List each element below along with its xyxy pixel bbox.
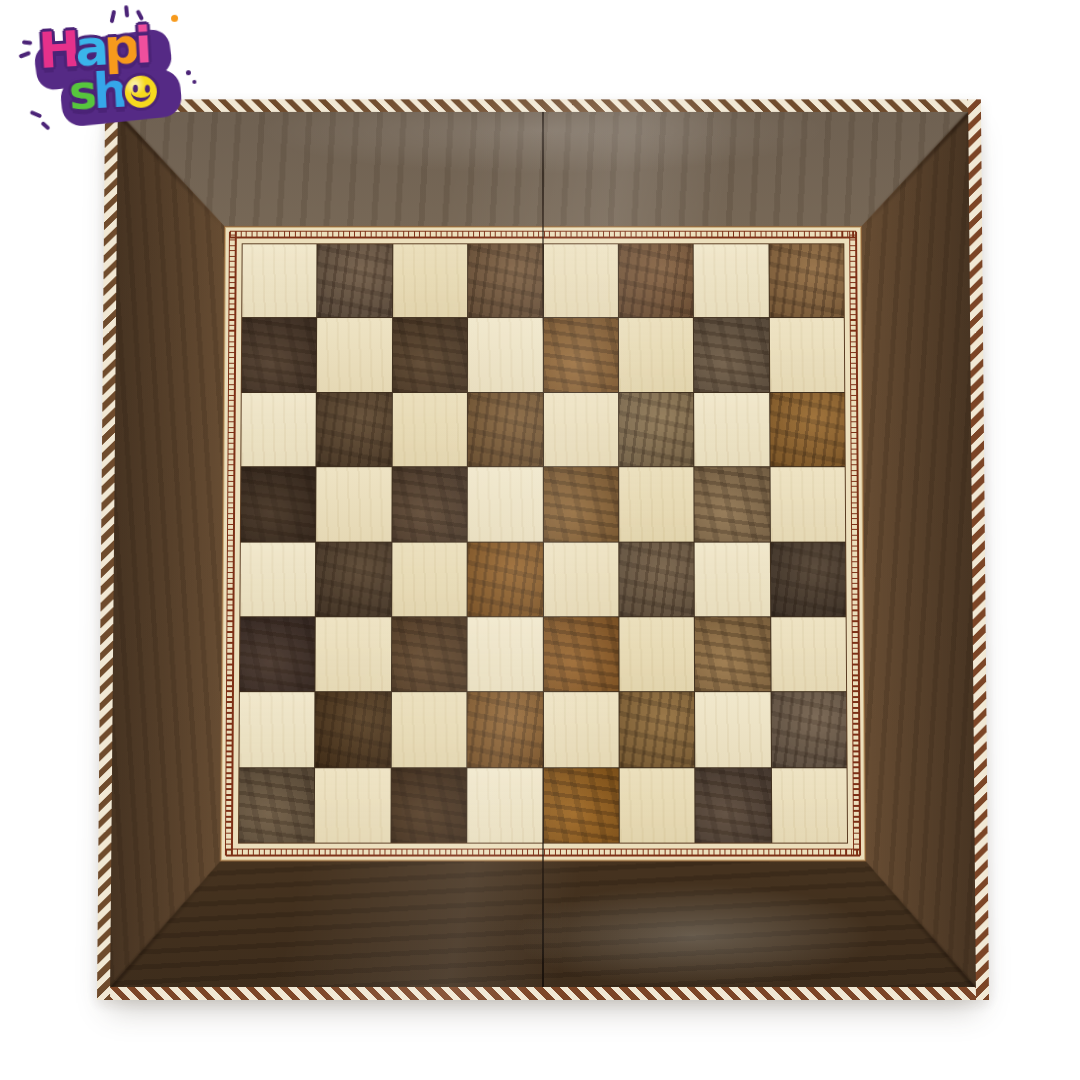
square-c3 bbox=[392, 617, 467, 691]
square-g4 bbox=[695, 542, 770, 616]
square-e2 bbox=[543, 692, 618, 766]
square-h4 bbox=[770, 542, 845, 616]
square-e6 bbox=[543, 393, 618, 467]
sparkle-decoration bbox=[40, 121, 50, 131]
sparkle-decoration bbox=[22, 40, 32, 45]
fold-seam bbox=[542, 112, 544, 987]
square-g2 bbox=[695, 692, 770, 766]
square-g1 bbox=[696, 768, 771, 843]
sparkle-decoration bbox=[124, 5, 129, 17]
square-c6 bbox=[392, 393, 467, 467]
square-h6 bbox=[770, 393, 845, 467]
square-e5 bbox=[543, 467, 618, 541]
square-c7 bbox=[393, 318, 468, 391]
square-d7 bbox=[468, 318, 542, 391]
square-h2 bbox=[771, 692, 846, 766]
square-e8 bbox=[543, 244, 617, 317]
square-f1 bbox=[620, 768, 695, 843]
square-d5 bbox=[468, 467, 543, 541]
square-a4 bbox=[240, 542, 315, 616]
square-f5 bbox=[619, 467, 694, 541]
square-a1 bbox=[239, 768, 314, 843]
square-c2 bbox=[391, 692, 466, 766]
hapisho-logo: Hapi sh bbox=[23, 5, 210, 146]
square-g3 bbox=[695, 617, 770, 691]
square-g7 bbox=[694, 318, 769, 391]
sparkle-decoration bbox=[18, 51, 31, 59]
square-f4 bbox=[619, 542, 694, 616]
square-b8 bbox=[318, 244, 393, 317]
logo-letter-h: h bbox=[92, 62, 125, 120]
square-g8 bbox=[694, 244, 769, 317]
square-f8 bbox=[619, 244, 693, 317]
walnut-frame bbox=[110, 112, 976, 987]
product-photo: Hapi sh bbox=[0, 0, 1080, 1080]
square-b5 bbox=[316, 467, 391, 541]
square-b6 bbox=[317, 393, 392, 467]
square-f7 bbox=[619, 318, 694, 391]
square-b1 bbox=[315, 768, 390, 843]
square-a7 bbox=[242, 318, 317, 391]
square-h7 bbox=[769, 318, 844, 391]
square-b4 bbox=[316, 542, 391, 616]
square-b3 bbox=[316, 617, 391, 691]
smiley-icon bbox=[121, 72, 160, 111]
square-e7 bbox=[543, 318, 617, 391]
sparkle-decoration bbox=[30, 110, 43, 118]
square-h5 bbox=[770, 467, 845, 541]
square-b2 bbox=[315, 692, 390, 766]
square-h1 bbox=[772, 768, 847, 843]
square-f6 bbox=[619, 393, 694, 467]
sparkle-decoration bbox=[186, 70, 191, 75]
square-h3 bbox=[771, 617, 846, 691]
square-a5 bbox=[241, 467, 316, 541]
square-e1 bbox=[543, 768, 618, 843]
square-a2 bbox=[239, 692, 314, 766]
square-b7 bbox=[317, 318, 392, 391]
square-c4 bbox=[392, 542, 467, 616]
chess-board bbox=[97, 99, 989, 1000]
square-c8 bbox=[393, 244, 467, 317]
square-d1 bbox=[467, 768, 542, 843]
square-a8 bbox=[242, 244, 317, 317]
sparkle-decoration bbox=[192, 80, 196, 84]
square-d3 bbox=[468, 617, 543, 691]
square-h8 bbox=[769, 244, 844, 317]
square-d8 bbox=[468, 244, 542, 317]
square-d2 bbox=[467, 692, 542, 766]
square-e3 bbox=[543, 617, 618, 691]
sparkle-decoration bbox=[171, 15, 178, 22]
square-f3 bbox=[619, 617, 694, 691]
square-c1 bbox=[391, 768, 466, 843]
square-a6 bbox=[241, 393, 316, 467]
rope-inlay-border-bottom bbox=[97, 987, 989, 1000]
rope-inlay-border-top bbox=[105, 99, 981, 112]
logo-word-sho: sh bbox=[68, 64, 161, 117]
square-g6 bbox=[694, 393, 769, 467]
square-g5 bbox=[695, 467, 770, 541]
logo-letter-s: s bbox=[67, 63, 94, 120]
square-e4 bbox=[543, 542, 618, 616]
square-d4 bbox=[468, 542, 543, 616]
inlay-motif-left bbox=[225, 232, 237, 856]
square-d6 bbox=[468, 393, 543, 467]
square-c5 bbox=[392, 467, 467, 541]
square-f2 bbox=[619, 692, 694, 766]
square-a3 bbox=[240, 617, 315, 691]
inlay-motif-right bbox=[849, 232, 861, 856]
